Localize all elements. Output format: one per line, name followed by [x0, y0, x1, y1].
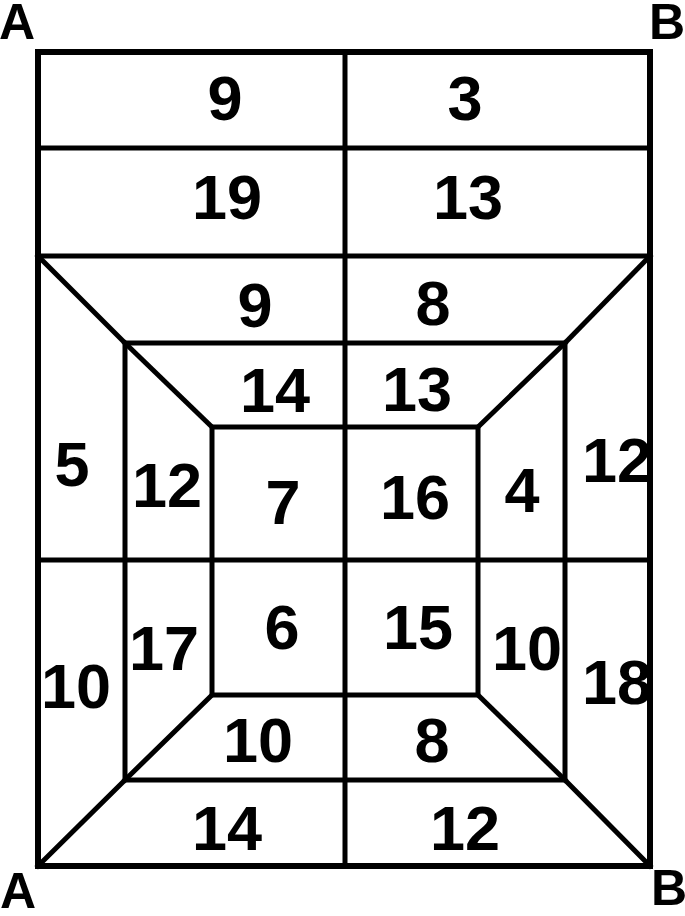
region-mid-top-right: 13 — [382, 354, 452, 424]
region-outer-left-upper: 5 — [54, 429, 89, 499]
region-row1-left: 9 — [207, 63, 242, 133]
region-mid-bottom-right: 8 — [414, 705, 449, 775]
diagonal-middle-bottom-left — [125, 695, 212, 780]
region-outer-right-lower: 18 — [582, 647, 652, 717]
region-outer-bottom-right: 12 — [430, 793, 500, 863]
region-outer-top-right: 8 — [415, 268, 450, 338]
region-outer-left-lower: 10 — [41, 651, 111, 721]
region-mid-left-upper: 12 — [132, 450, 202, 520]
region-inner-bottom-right: 15 — [383, 592, 453, 662]
terminal-label-bottom-right: B — [651, 860, 685, 916]
region-outer-bottom-left: 14 — [192, 793, 262, 863]
region-mid-right-lower: 10 — [492, 613, 562, 683]
region-inner-top-right: 16 — [380, 462, 450, 532]
region-inner-top-left: 7 — [265, 467, 300, 537]
diagonal-outer-top-left — [38, 256, 125, 343]
region-mid-top-left: 14 — [240, 355, 310, 425]
board-svg: A B A B 9 3 19 13 9 8 14 13 5 10 12 17 7… — [0, 0, 685, 916]
region-row2-left: 19 — [192, 162, 262, 232]
region-mid-right-upper: 4 — [504, 455, 539, 525]
terminal-label-bottom-left: A — [0, 863, 36, 916]
terminal-label-top-right: B — [649, 0, 685, 50]
diagonal-middle-top-left — [125, 343, 212, 427]
diagonal-outer-bottom-left — [38, 780, 125, 866]
region-inner-bottom-left: 6 — [264, 592, 299, 662]
region-row1-right: 3 — [447, 63, 482, 133]
region-outer-right-upper: 12 — [582, 425, 652, 495]
diagonal-outer-bottom-right — [565, 780, 650, 866]
region-row2-right: 13 — [433, 162, 503, 232]
diagonal-middle-bottom-right — [478, 695, 565, 780]
diagonal-middle-top-right — [478, 343, 565, 427]
diagonal-outer-top-right — [565, 256, 650, 343]
region-mid-left-lower: 17 — [129, 613, 199, 683]
region-outer-top-left: 9 — [237, 270, 272, 340]
region-mid-bottom-left: 10 — [223, 705, 293, 775]
puzzle-diagram: A B A B 9 3 19 13 9 8 14 13 5 10 12 17 7… — [0, 0, 685, 916]
terminal-label-top-left: A — [0, 0, 35, 50]
